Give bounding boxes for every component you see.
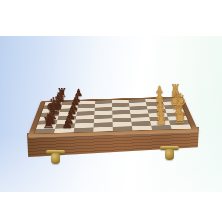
latch-hook-icon [51, 153, 60, 164]
latch-hook-icon [165, 149, 174, 160]
board-frame [27, 96, 199, 137]
brass-latch-left [45, 149, 67, 167]
brass-latch-right [159, 145, 181, 163]
square-h3 [132, 125, 152, 130]
square-h5 [93, 127, 113, 132]
square-h1 [170, 124, 191, 129]
square-h7 [54, 128, 74, 133]
product-photo: ♜♞♝♛♚♝♞♜♟♟♟♟♟♟♟♟♟♟♟♟♟♟♟♟♜♞♝♛♚♝♞♜ [0, 0, 222, 222]
square-h8 [34, 128, 55, 133]
square-h6 [74, 127, 94, 132]
square-h2 [151, 125, 172, 130]
board-plane [27, 90, 199, 135]
chess-box [0, 0, 222, 222]
square-h4 [113, 126, 133, 131]
board-grid [34, 98, 191, 133]
